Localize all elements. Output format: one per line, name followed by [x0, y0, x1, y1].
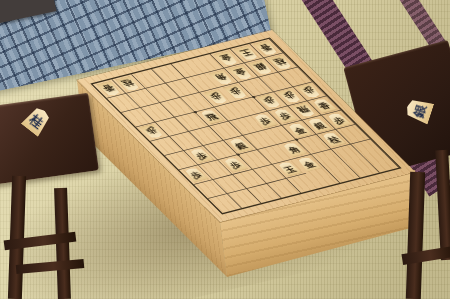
koma-kanji: 香	[101, 84, 117, 93]
shogi-scene: 香桂金王香角金銀桂歩歩歩飛歩歩歩歩歩飛香歩銀金銀歩歩歩角桂玉金 桂 銀	[0, 0, 450, 299]
koma-kanji: 銀	[233, 141, 249, 150]
koma-kanji: 玉	[282, 165, 298, 174]
koma-kanji: 歩	[228, 87, 244, 96]
koma-kanji: 桂	[326, 136, 342, 145]
koma-kanji: 王	[238, 48, 254, 57]
koma-kanji: 歩	[208, 92, 224, 101]
koma-kanji: 角	[213, 73, 229, 82]
komadai-left-stool	[0, 93, 99, 186]
koma-kanji: 歩	[258, 117, 274, 126]
koma-kanji: 歩	[301, 86, 317, 95]
koma-kanji: 歩	[281, 91, 297, 100]
koma-kanji: 桂	[272, 57, 288, 66]
koma-kanji: 歩	[144, 126, 160, 135]
koma-kanji: 香	[317, 102, 333, 111]
koma-kanji: 香	[258, 43, 274, 52]
koma-kanji: 銀	[410, 102, 431, 120]
koma-kanji: 歩	[228, 161, 244, 170]
koma-kanji: 金	[218, 53, 234, 62]
koma-kanji: 歩	[262, 96, 278, 105]
koma-kanji: 飛	[204, 113, 220, 122]
koma-kanji: 桂	[120, 78, 136, 87]
koma-kanji: 歩	[331, 116, 347, 125]
koma-kanji: 角	[287, 146, 303, 155]
koma-kanji: 歩	[189, 171, 205, 180]
koma-kanji: 金	[233, 68, 249, 77]
koma-kanji: 歩	[194, 152, 210, 161]
koma-kanji: 金	[301, 160, 317, 169]
koma-kanji: 銀	[312, 121, 328, 130]
koma-kanji: 銀	[252, 62, 268, 71]
koma-kanji: 金	[292, 126, 308, 135]
koma-kanji: 飛	[296, 105, 312, 114]
koma-kanji: 歩	[278, 112, 294, 121]
